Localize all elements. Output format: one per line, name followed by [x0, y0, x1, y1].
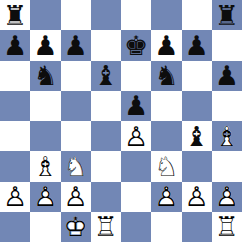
piece-glyph-outline: ♙	[0, 182, 30, 212]
piece-glyph-fill: ♞	[30, 61, 60, 91]
square-e4[interactable]: ♟♙	[121, 121, 151, 151]
square-a2[interactable]: ♟♙	[0, 182, 30, 212]
square-g2[interactable]: ♟♙	[182, 182, 212, 212]
square-d6[interactable]: ♝	[91, 61, 121, 91]
square-c1[interactable]: ♚♔	[61, 212, 91, 242]
piece-black-bishop[interactable]: ♝	[91, 61, 121, 91]
piece-glyph-outline: ♗	[212, 121, 242, 151]
piece-glyph-fill: ♟	[212, 182, 242, 212]
piece-white-rook[interactable]: ♜♖	[91, 212, 121, 242]
square-a8[interactable]: ♜	[0, 0, 30, 30]
square-g7[interactable]: ♟	[182, 30, 212, 60]
piece-glyph-fill: ♟	[182, 30, 212, 60]
piece-glyph-fill: ♜	[212, 212, 242, 242]
piece-glyph-fill: ♜	[212, 0, 242, 30]
piece-glyph-fill: ♚	[121, 30, 151, 60]
square-c5[interactable]	[61, 91, 91, 121]
square-h6[interactable]: ♟	[212, 61, 242, 91]
square-g6[interactable]	[182, 61, 212, 91]
square-c3[interactable]: ♞♘	[61, 151, 91, 181]
piece-glyph-fill: ♟	[61, 182, 91, 212]
square-e1[interactable]	[121, 212, 151, 242]
piece-glyph-fill: ♜	[0, 0, 30, 30]
piece-white-pawn[interactable]: ♟♙	[61, 182, 91, 212]
square-h8[interactable]: ♜	[212, 0, 242, 30]
square-a7[interactable]: ♟	[0, 30, 30, 60]
piece-black-pawn[interactable]: ♟	[0, 30, 30, 60]
square-c8[interactable]	[61, 0, 91, 30]
piece-glyph-outline: ♗	[30, 151, 60, 181]
piece-white-pawn[interactable]: ♟♙	[151, 182, 181, 212]
square-b3[interactable]: ♝♗	[30, 151, 60, 181]
piece-black-rook[interactable]: ♜	[0, 0, 30, 30]
piece-glyph-fill: ♞	[61, 151, 91, 181]
piece-white-bishop[interactable]: ♝♗	[212, 121, 242, 151]
piece-black-pawn[interactable]: ♟	[61, 30, 91, 60]
square-b5[interactable]	[30, 91, 60, 121]
piece-black-pawn[interactable]: ♟	[30, 30, 60, 60]
square-c2[interactable]: ♟♙	[61, 182, 91, 212]
square-f7[interactable]: ♟	[151, 30, 181, 60]
piece-glyph-outline: ♙	[212, 182, 242, 212]
piece-glyph-fill: ♟	[0, 30, 30, 60]
square-f1[interactable]	[151, 212, 181, 242]
piece-glyph-fill: ♟	[0, 182, 30, 212]
square-e3[interactable]	[121, 151, 151, 181]
piece-black-knight[interactable]: ♞	[151, 61, 181, 91]
square-a5[interactable]	[0, 91, 30, 121]
square-d1[interactable]: ♜♖	[91, 212, 121, 242]
piece-glyph-fill: ♝	[30, 151, 60, 181]
piece-white-bishop[interactable]: ♝♗	[30, 151, 60, 181]
piece-white-pawn[interactable]: ♟♙	[0, 182, 30, 212]
piece-black-bishop[interactable]: ♝	[182, 121, 212, 151]
piece-glyph-fill: ♚	[61, 212, 91, 242]
piece-white-pawn[interactable]: ♟♙	[121, 121, 151, 151]
piece-white-pawn[interactable]: ♟♙	[182, 182, 212, 212]
piece-glyph-fill: ♟	[212, 61, 242, 91]
piece-glyph-fill: ♞	[151, 61, 181, 91]
square-c7[interactable]: ♟	[61, 30, 91, 60]
piece-glyph-outline: ♙	[30, 182, 60, 212]
square-f2[interactable]: ♟♙	[151, 182, 181, 212]
piece-black-pawn[interactable]: ♟	[121, 91, 151, 121]
square-g3[interactable]	[182, 151, 212, 181]
piece-glyph-fill: ♟	[30, 30, 60, 60]
piece-glyph-fill: ♟	[151, 182, 181, 212]
piece-glyph-fill: ♟	[61, 30, 91, 60]
square-h5[interactable]	[212, 91, 242, 121]
square-d5[interactable]	[91, 91, 121, 121]
piece-glyph-outline: ♙	[61, 182, 91, 212]
piece-glyph-fill: ♟	[182, 182, 212, 212]
square-b8[interactable]	[30, 0, 60, 30]
piece-glyph-outline: ♔	[61, 212, 91, 242]
piece-black-rook[interactable]: ♜	[212, 0, 242, 30]
square-h7[interactable]	[212, 30, 242, 60]
square-d3[interactable]	[91, 151, 121, 181]
piece-glyph-outline: ♙	[182, 182, 212, 212]
piece-black-pawn[interactable]: ♟	[212, 61, 242, 91]
square-e7[interactable]: ♚	[121, 30, 151, 60]
piece-glyph-outline: ♙	[151, 182, 181, 212]
square-b7[interactable]: ♟	[30, 30, 60, 60]
square-f8[interactable]	[151, 0, 181, 30]
piece-white-pawn[interactable]: ♟♙	[30, 182, 60, 212]
piece-glyph-outline: ♖	[91, 212, 121, 242]
square-d4[interactable]	[91, 121, 121, 151]
square-f5[interactable]	[151, 91, 181, 121]
square-d8[interactable]	[91, 0, 121, 30]
piece-glyph-outline: ♘	[151, 151, 181, 181]
square-f3[interactable]: ♞♘	[151, 151, 181, 181]
piece-black-pawn[interactable]: ♟	[151, 30, 181, 60]
square-f4[interactable]	[151, 121, 181, 151]
piece-glyph-outline: ♖	[212, 212, 242, 242]
square-a6[interactable]	[0, 61, 30, 91]
piece-glyph-fill: ♟	[121, 121, 151, 151]
piece-black-king[interactable]: ♚	[121, 30, 151, 60]
piece-glyph-outline: ♙	[121, 121, 151, 151]
square-h2[interactable]: ♟♙	[212, 182, 242, 212]
square-a4[interactable]	[0, 121, 30, 151]
square-f6[interactable]: ♞	[151, 61, 181, 91]
square-e5[interactable]: ♟	[121, 91, 151, 121]
piece-glyph-fill: ♞	[151, 151, 181, 181]
square-a1[interactable]	[0, 212, 30, 242]
piece-glyph-fill: ♝	[91, 61, 121, 91]
square-g8[interactable]	[182, 0, 212, 30]
square-g5[interactable]	[182, 91, 212, 121]
square-e8[interactable]	[121, 0, 151, 30]
square-e6[interactable]	[121, 61, 151, 91]
piece-white-rook[interactable]: ♜♖	[212, 212, 242, 242]
square-b2[interactable]: ♟♙	[30, 182, 60, 212]
chess-board: ♜♜♟♟♟♚♟♟♞♝♞♟♟♟♙♝♝♗♝♗♞♘♞♘♟♙♟♙♟♙♟♙♟♙♟♙♚♔♜♖…	[0, 0, 242, 242]
piece-glyph-fill: ♝	[212, 121, 242, 151]
square-h1[interactable]: ♜♖	[212, 212, 242, 242]
square-h3[interactable]	[212, 151, 242, 181]
square-d2[interactable]	[91, 182, 121, 212]
piece-black-pawn[interactable]: ♟	[182, 30, 212, 60]
piece-white-pawn[interactable]: ♟♙	[212, 182, 242, 212]
piece-black-knight[interactable]: ♞	[30, 61, 60, 91]
piece-white-knight[interactable]: ♞♘	[61, 151, 91, 181]
piece-white-king[interactable]: ♚♔	[61, 212, 91, 242]
piece-glyph-outline: ♘	[61, 151, 91, 181]
piece-glyph-fill: ♟	[151, 30, 181, 60]
piece-white-knight[interactable]: ♞♘	[151, 151, 181, 181]
square-b1[interactable]	[30, 212, 60, 242]
square-b4[interactable]	[30, 121, 60, 151]
square-e2[interactable]	[121, 182, 151, 212]
square-b6[interactable]: ♞	[30, 61, 60, 91]
square-c6[interactable]	[61, 61, 91, 91]
square-h4[interactable]: ♝♗	[212, 121, 242, 151]
piece-glyph-fill: ♟	[30, 182, 60, 212]
square-g4[interactable]: ♝	[182, 121, 212, 151]
square-c4[interactable]	[61, 121, 91, 151]
piece-glyph-fill: ♜	[91, 212, 121, 242]
square-d7[interactable]	[91, 30, 121, 60]
piece-glyph-fill: ♟	[121, 91, 151, 121]
square-a3[interactable]	[0, 151, 30, 181]
piece-glyph-fill: ♝	[182, 121, 212, 151]
square-g1[interactable]	[182, 212, 212, 242]
